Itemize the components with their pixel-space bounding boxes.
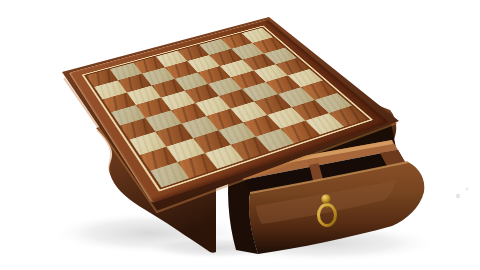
chess-box-photo: chess xyxy=(0,0,480,270)
brass-knob-icon xyxy=(321,194,330,203)
dust-speck xyxy=(456,194,460,198)
dust-speck xyxy=(466,188,469,191)
